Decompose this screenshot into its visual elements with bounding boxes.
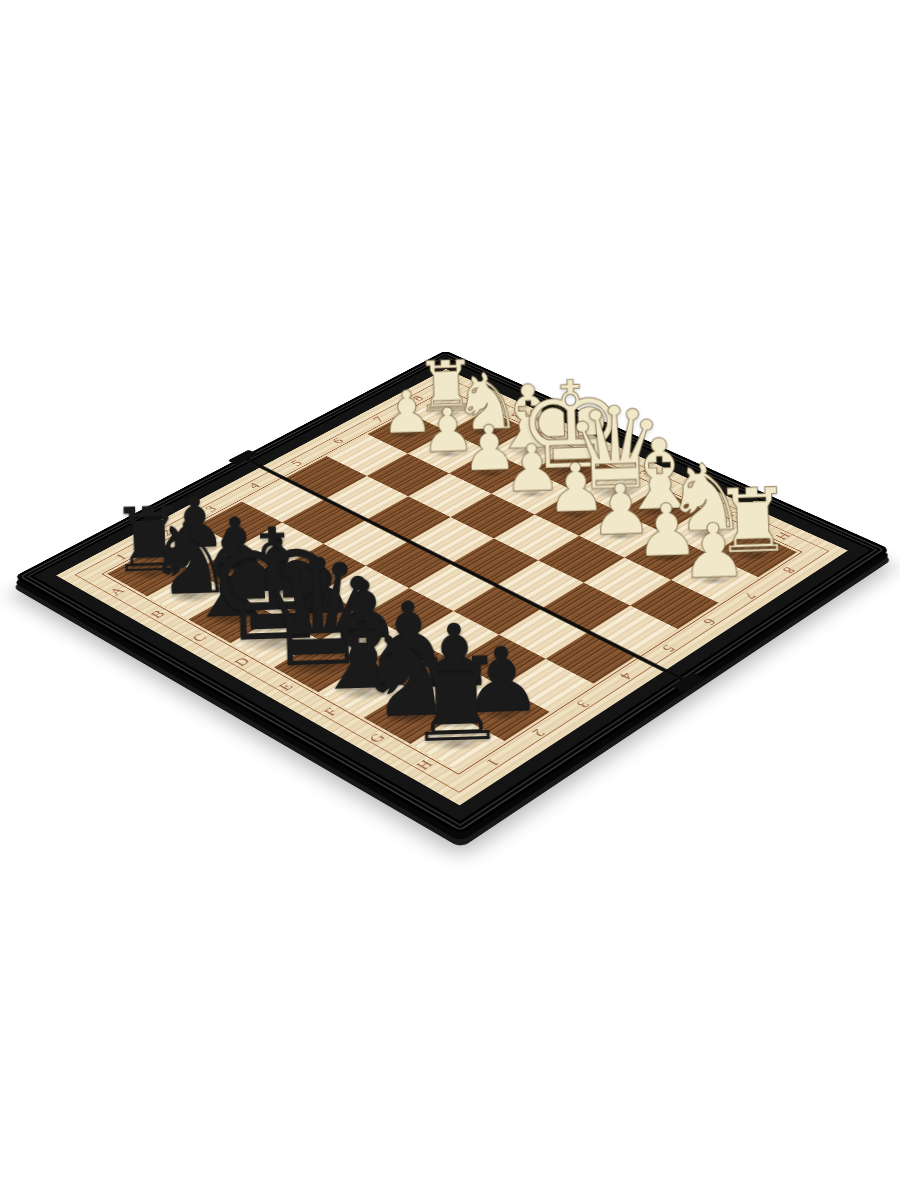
- rank-label-right-3: 3: [573, 698, 593, 709]
- rank-label-left-5: 5: [288, 458, 305, 467]
- rank-label-left-6: 6: [330, 436, 347, 444]
- piece-black-rook-h1[interactable]: ♜: [403, 642, 509, 760]
- fold-hinge-tab-left: [228, 450, 258, 466]
- rank-label-right-5: 5: [659, 643, 678, 654]
- rank-label-right-4: 4: [616, 670, 636, 681]
- piece-white-pawn-h7[interactable]: ♟: [679, 513, 748, 590]
- rank-label-right-6: 6: [700, 616, 719, 626]
- fold-hinge-tab-right: [672, 672, 705, 692]
- rank-label-left-4: 4: [246, 481, 263, 490]
- scene: AA88BB77CC66DD55EE44FF33GG22HH11 ♜♞♝♚♛♝♞…: [0, 0, 900, 1200]
